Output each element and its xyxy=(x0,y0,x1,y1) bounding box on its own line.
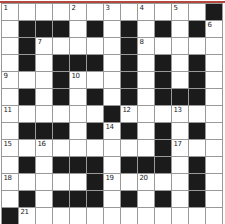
cell-6-5[interactable] xyxy=(87,106,103,122)
clue-number: 4 xyxy=(140,4,144,12)
cell-3-2[interactable] xyxy=(36,55,52,71)
black-cell-2-7 xyxy=(121,38,137,54)
cell-9-2[interactable] xyxy=(36,157,52,173)
cell-10-3[interactable] xyxy=(53,174,69,190)
cell-10-9[interactable] xyxy=(155,174,171,190)
cell-2-5[interactable] xyxy=(87,38,103,54)
cell-12-2[interactable] xyxy=(36,208,52,224)
cell-0-7[interactable] xyxy=(121,4,137,20)
cell-2-9[interactable] xyxy=(155,38,171,54)
cell-1-8[interactable] xyxy=(138,21,154,37)
cell-10-6[interactable]: 19 xyxy=(104,174,120,190)
cell-6-2[interactable] xyxy=(36,106,52,122)
black-cell-3-3 xyxy=(53,55,69,71)
black-cell-2-1 xyxy=(19,38,35,54)
cell-4-8[interactable] xyxy=(138,72,154,88)
cell-8-2[interactable]: 16 xyxy=(36,140,52,156)
black-cell-5-5 xyxy=(87,89,103,105)
cell-4-2[interactable] xyxy=(36,72,52,88)
clue-number: 7 xyxy=(38,38,42,46)
cell-8-11[interactable] xyxy=(189,140,205,156)
cell-8-12[interactable] xyxy=(206,140,222,156)
cell-1-6[interactable] xyxy=(104,21,120,37)
cell-0-11[interactable] xyxy=(189,4,205,20)
cell-5-4[interactable] xyxy=(70,89,86,105)
clue-number: 15 xyxy=(4,140,12,148)
black-cell-11-4 xyxy=(70,191,86,207)
cell-8-0[interactable]: 15 xyxy=(2,140,18,156)
cell-4-10[interactable] xyxy=(172,72,188,88)
cell-9-0[interactable] xyxy=(2,157,18,173)
black-cell-9-4 xyxy=(70,157,86,173)
cell-4-6[interactable] xyxy=(104,72,120,88)
black-cell-0-12 xyxy=(206,4,222,20)
cell-8-8[interactable] xyxy=(138,140,154,156)
cell-11-0[interactable] xyxy=(2,191,18,207)
cell-12-1[interactable]: 21 xyxy=(19,208,35,224)
black-cell-9-8 xyxy=(138,157,154,173)
cell-9-6[interactable] xyxy=(104,157,120,173)
black-cell-11-7 xyxy=(121,191,137,207)
black-cell-5-11 xyxy=(189,89,205,105)
clue-number: 17 xyxy=(174,140,182,148)
black-cell-3-1 xyxy=(19,55,35,71)
clue-number: 21 xyxy=(21,208,29,216)
black-cell-7-5 xyxy=(87,123,103,139)
black-cell-7-7 xyxy=(121,123,137,139)
cell-0-0[interactable]: 1 xyxy=(2,4,18,20)
black-cell-9-3 xyxy=(53,157,69,173)
black-cell-1-5 xyxy=(87,21,103,37)
black-cell-7-2 xyxy=(36,123,52,139)
black-cell-4-3 xyxy=(53,72,69,88)
cell-4-4[interactable]: 10 xyxy=(70,72,86,88)
black-cell-7-11 xyxy=(189,123,205,139)
cell-11-2[interactable] xyxy=(36,191,52,207)
cell-1-10[interactable] xyxy=(172,21,188,37)
cell-12-6[interactable] xyxy=(104,208,120,224)
cell-12-3[interactable] xyxy=(53,208,69,224)
cell-4-0[interactable]: 9 xyxy=(2,72,18,88)
black-cell-6-6 xyxy=(104,106,120,122)
black-cell-12-0 xyxy=(2,208,18,224)
cell-12-8[interactable] xyxy=(138,208,154,224)
cell-6-3[interactable] xyxy=(53,106,69,122)
black-cell-9-1 xyxy=(19,157,35,173)
cell-7-12[interactable] xyxy=(206,123,222,139)
black-cell-11-9 xyxy=(155,191,171,207)
clue-number: 3 xyxy=(106,4,110,12)
black-cell-11-5 xyxy=(87,191,103,207)
cell-5-12[interactable] xyxy=(206,89,222,105)
black-cell-11-11 xyxy=(189,191,205,207)
black-cell-1-2 xyxy=(36,21,52,37)
crossword-board: 123456789101112131415161718192021 xyxy=(1,3,223,224)
cell-9-12[interactable] xyxy=(206,157,222,173)
black-cell-4-9 xyxy=(155,72,171,88)
cell-3-8[interactable] xyxy=(138,55,154,71)
clue-number: 11 xyxy=(4,106,12,114)
clue-number: 16 xyxy=(38,140,46,148)
cell-2-12[interactable] xyxy=(206,38,222,54)
black-cell-11-3 xyxy=(53,191,69,207)
cell-5-8[interactable] xyxy=(138,89,154,105)
black-cell-8-9 xyxy=(155,140,171,156)
cell-7-10[interactable] xyxy=(172,123,188,139)
black-cell-5-10 xyxy=(172,89,188,105)
cell-6-12[interactable] xyxy=(206,106,222,122)
cell-0-6[interactable]: 3 xyxy=(104,4,120,20)
cell-2-2[interactable]: 7 xyxy=(36,38,52,54)
cell-12-10[interactable] xyxy=(172,208,188,224)
cell-8-3[interactable] xyxy=(53,140,69,156)
cell-6-1[interactable] xyxy=(19,106,35,122)
cell-7-6[interactable]: 14 xyxy=(104,123,120,139)
cell-8-10[interactable]: 17 xyxy=(172,140,188,156)
cell-11-6[interactable] xyxy=(104,191,120,207)
black-cell-9-7 xyxy=(121,157,137,173)
clue-number: 1 xyxy=(4,4,8,12)
cell-3-6[interactable] xyxy=(104,55,120,71)
cell-6-10[interactable]: 13 xyxy=(172,106,188,122)
cell-5-0[interactable] xyxy=(2,89,18,105)
cell-12-9[interactable] xyxy=(155,208,171,224)
black-cell-1-9 xyxy=(155,21,171,37)
black-cell-4-11 xyxy=(189,72,205,88)
cell-9-10[interactable] xyxy=(172,157,188,173)
cell-12-4[interactable] xyxy=(70,208,86,224)
cell-0-10[interactable]: 5 xyxy=(172,4,188,20)
cell-2-4[interactable] xyxy=(70,38,86,54)
black-cell-5-9 xyxy=(155,89,171,105)
cell-4-5[interactable] xyxy=(87,72,103,88)
cell-12-5[interactable] xyxy=(87,208,103,224)
cell-4-12[interactable] xyxy=(206,72,222,88)
black-cell-5-3 xyxy=(53,89,69,105)
black-cell-10-11 xyxy=(189,174,205,190)
cell-10-1[interactable] xyxy=(19,174,35,190)
cell-5-2[interactable] xyxy=(36,89,52,105)
clue-number: 8 xyxy=(140,38,144,46)
clue-number: 12 xyxy=(123,106,131,114)
cell-0-4[interactable]: 2 xyxy=(70,4,86,20)
cell-10-10[interactable] xyxy=(172,174,188,190)
cell-10-12[interactable] xyxy=(206,174,222,190)
black-cell-9-11 xyxy=(189,157,205,173)
cell-7-0[interactable] xyxy=(2,123,18,139)
cell-7-4[interactable] xyxy=(70,123,86,139)
cell-0-8[interactable]: 4 xyxy=(138,4,154,20)
black-cell-9-5 xyxy=(87,157,103,173)
black-cell-1-1 xyxy=(19,21,35,37)
clue-number: 10 xyxy=(72,72,80,80)
clue-number: 9 xyxy=(4,72,8,80)
cell-8-6[interactable] xyxy=(104,140,120,156)
black-cell-4-7 xyxy=(121,72,137,88)
cell-1-4[interactable] xyxy=(70,21,86,37)
cell-8-7[interactable] xyxy=(121,140,137,156)
black-cell-7-1 xyxy=(19,123,35,139)
cell-6-8[interactable] xyxy=(138,106,154,122)
cell-11-12[interactable] xyxy=(206,191,222,207)
cell-10-7[interactable] xyxy=(121,174,137,190)
black-cell-10-5 xyxy=(87,174,103,190)
black-cell-3-11 xyxy=(189,55,205,71)
cell-1-12[interactable]: 6 xyxy=(206,21,222,37)
cell-0-5[interactable] xyxy=(87,4,103,20)
black-cell-5-7 xyxy=(121,89,137,105)
cell-5-6[interactable] xyxy=(104,89,120,105)
cell-12-7[interactable] xyxy=(121,208,137,224)
black-cell-11-1 xyxy=(19,191,35,207)
cell-7-8[interactable] xyxy=(138,123,154,139)
black-cell-5-1 xyxy=(19,89,35,105)
cell-3-0[interactable] xyxy=(2,55,18,71)
cell-8-1[interactable] xyxy=(19,140,35,156)
clue-number: 13 xyxy=(174,106,182,114)
clue-number: 14 xyxy=(106,123,114,131)
cell-10-0[interactable]: 18 xyxy=(2,174,18,190)
cell-8-4[interactable] xyxy=(70,140,86,156)
cell-10-8[interactable]: 20 xyxy=(138,174,154,190)
black-cell-3-9 xyxy=(155,55,171,71)
black-cell-1-11 xyxy=(189,21,205,37)
cell-6-7[interactable]: 12 xyxy=(121,106,137,122)
cell-3-10[interactable] xyxy=(172,55,188,71)
cell-3-12[interactable] xyxy=(206,55,222,71)
cell-0-1[interactable] xyxy=(19,4,35,20)
cell-4-1[interactable] xyxy=(19,72,35,88)
cell-2-8[interactable]: 8 xyxy=(138,38,154,54)
cell-11-10[interactable] xyxy=(172,191,188,207)
cell-11-8[interactable] xyxy=(138,191,154,207)
cell-6-9[interactable] xyxy=(155,106,171,122)
clue-number: 18 xyxy=(4,174,12,182)
cell-1-0[interactable] xyxy=(2,21,18,37)
black-cell-1-7 xyxy=(121,21,137,37)
clue-number: 2 xyxy=(72,4,76,12)
cell-2-3[interactable] xyxy=(53,38,69,54)
black-cell-3-5 xyxy=(87,55,103,71)
cell-6-4[interactable] xyxy=(70,106,86,122)
cell-10-2[interactable] xyxy=(36,174,52,190)
cell-8-5[interactable] xyxy=(87,140,103,156)
clue-number: 6 xyxy=(208,21,212,29)
cell-12-12[interactable] xyxy=(206,208,222,224)
clue-number: 5 xyxy=(174,4,178,12)
black-cell-7-9 xyxy=(155,123,171,139)
cell-2-6[interactable] xyxy=(104,38,120,54)
cell-10-4[interactable] xyxy=(70,174,86,190)
cell-0-9[interactable] xyxy=(155,4,171,20)
black-cell-9-9 xyxy=(155,157,171,173)
cell-6-11[interactable] xyxy=(189,106,205,122)
black-cell-7-3 xyxy=(53,123,69,139)
cell-2-0[interactable] xyxy=(2,38,18,54)
cell-2-10[interactable] xyxy=(172,38,188,54)
black-cell-1-3 xyxy=(53,21,69,37)
cell-0-2[interactable] xyxy=(36,4,52,20)
black-cell-3-4 xyxy=(70,55,86,71)
clue-number: 20 xyxy=(140,174,148,182)
black-cell-3-7 xyxy=(121,55,137,71)
cell-6-0[interactable]: 11 xyxy=(2,106,18,122)
cell-2-11[interactable] xyxy=(189,38,205,54)
cell-12-11[interactable] xyxy=(189,208,205,224)
clue-number: 19 xyxy=(106,174,114,182)
cell-0-3[interactable] xyxy=(53,4,69,20)
